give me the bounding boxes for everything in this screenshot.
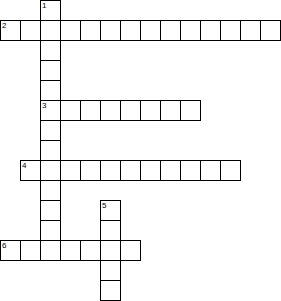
cell-r8-c8[interactable]	[160, 160, 181, 181]
cell-r10-c2[interactable]	[40, 200, 61, 221]
cell-r1-c6[interactable]	[120, 20, 141, 41]
cell-r6-c2[interactable]	[40, 120, 61, 141]
cell-r12-c2[interactable]	[40, 240, 61, 261]
cell-r7-c2[interactable]	[40, 140, 61, 161]
cell-r12-c0[interactable]: 6	[0, 240, 21, 261]
cell-r8-c4[interactable]	[80, 160, 101, 181]
cell-r1-c5[interactable]	[100, 20, 121, 41]
cell-r11-c2[interactable]	[40, 220, 61, 241]
cell-r1-c3[interactable]	[60, 20, 81, 41]
cell-r1-c11[interactable]	[220, 20, 241, 41]
cell-r5-c6[interactable]	[120, 100, 141, 121]
cell-r9-c2[interactable]	[40, 180, 61, 201]
cell-r1-c9[interactable]	[180, 20, 201, 41]
cell-r1-c0[interactable]: 2	[0, 20, 21, 41]
cell-r10-c5[interactable]: 5	[100, 200, 121, 221]
cell-r1-c12[interactable]	[240, 20, 261, 41]
cell-r4-c2[interactable]	[40, 80, 61, 101]
cell-r1-c7[interactable]	[140, 20, 161, 41]
cell-r13-c5[interactable]	[100, 260, 121, 281]
cell-r1-c2[interactable]	[40, 20, 61, 41]
cell-r1-c1[interactable]	[20, 20, 41, 41]
cell-r5-c4[interactable]	[80, 100, 101, 121]
clue-number-2: 2	[2, 21, 6, 30]
clue-number-6: 6	[2, 241, 6, 250]
cell-r8-c7[interactable]	[140, 160, 161, 181]
clue-number-5: 5	[102, 201, 106, 210]
cell-r1-c13[interactable]	[260, 20, 281, 41]
cell-r8-c2[interactable]	[40, 160, 61, 181]
cell-r14-c5[interactable]	[100, 280, 121, 301]
cell-r1-c10[interactable]	[200, 20, 221, 41]
cell-r2-c2[interactable]	[40, 40, 61, 61]
cell-r11-c5[interactable]	[100, 220, 121, 241]
clue-number-3: 3	[42, 101, 46, 110]
cell-r5-c7[interactable]	[140, 100, 161, 121]
cell-r0-c2[interactable]: 1	[40, 0, 61, 21]
cell-r5-c9[interactable]	[180, 100, 201, 121]
cell-r5-c3[interactable]	[60, 100, 81, 121]
crossword-board: 123456	[0, 0, 281, 301]
cell-r12-c6[interactable]	[120, 240, 141, 261]
cell-r3-c2[interactable]	[40, 60, 61, 81]
clue-number-4: 4	[22, 161, 26, 170]
clue-number-1: 1	[42, 1, 46, 10]
cell-r1-c4[interactable]	[80, 20, 101, 41]
cell-r8-c3[interactable]	[60, 160, 81, 181]
cell-r5-c2[interactable]: 3	[40, 100, 61, 121]
cell-r8-c6[interactable]	[120, 160, 141, 181]
cell-r12-c5[interactable]	[100, 240, 121, 261]
cell-r8-c1[interactable]: 4	[20, 160, 41, 181]
cell-r1-c8[interactable]	[160, 20, 181, 41]
cell-r8-c11[interactable]	[220, 160, 241, 181]
cell-r8-c10[interactable]	[200, 160, 221, 181]
cell-r12-c1[interactable]	[20, 240, 41, 261]
cell-r12-c3[interactable]	[60, 240, 81, 261]
cell-r5-c5[interactable]	[100, 100, 121, 121]
cell-r8-c5[interactable]	[100, 160, 121, 181]
cell-r12-c4[interactable]	[80, 240, 101, 261]
cell-r5-c8[interactable]	[160, 100, 181, 121]
cell-r8-c9[interactable]	[180, 160, 201, 181]
